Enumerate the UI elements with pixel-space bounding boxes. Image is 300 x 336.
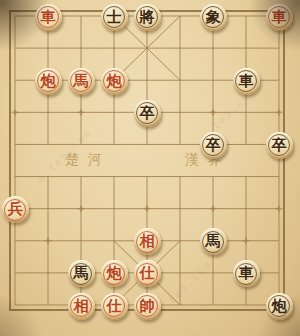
- piece-glyph: 相: [140, 234, 155, 249]
- piece-black-elephant[interactable]: 象: [200, 4, 227, 31]
- piece-black-soldier[interactable]: 卒: [200, 132, 227, 159]
- piece-red-cannon[interactable]: 炮: [101, 68, 128, 95]
- piece-glyph: 馬: [74, 266, 89, 281]
- piece-red-chariot[interactable]: 車: [266, 4, 293, 31]
- board-point: 仕: [98, 290, 131, 322]
- piece-red-chariot[interactable]: 車: [35, 4, 62, 31]
- board-point: 相: [131, 226, 164, 258]
- piece-black-chariot[interactable]: 車: [233, 260, 260, 287]
- piece-glyph: 象: [206, 10, 221, 25]
- board-point: 卒: [131, 97, 164, 129]
- piece-glyph: 仕: [140, 266, 155, 281]
- board-point: 車: [230, 258, 263, 290]
- piece-red-elephant[interactable]: 相: [68, 293, 95, 320]
- piece-glyph: 馬: [206, 234, 221, 249]
- board-point: 炮: [32, 65, 65, 97]
- board-point: 士: [98, 1, 131, 33]
- piece-red-elephant[interactable]: 相: [134, 228, 161, 255]
- board-point: 炮: [98, 65, 131, 97]
- piece-black-horse[interactable]: 馬: [68, 260, 95, 287]
- piece-glyph: 馬: [74, 74, 89, 89]
- piece-red-advisor[interactable]: 仕: [101, 293, 128, 320]
- piece-glyph: 帥: [140, 299, 155, 314]
- piece-glyph: 車: [272, 10, 287, 25]
- piece-glyph: 炮: [107, 74, 122, 89]
- piece-glyph: 車: [239, 266, 254, 281]
- piece-glyph: 士: [107, 10, 122, 25]
- board-point: 車: [32, 1, 65, 33]
- piece-black-advisor[interactable]: 士: [101, 4, 128, 31]
- piece-glyph: 卒: [140, 106, 155, 121]
- board-point: 卒: [263, 129, 296, 161]
- board-point: 馬: [197, 226, 230, 258]
- piece-glyph: 炮: [272, 299, 287, 314]
- piece-black-soldier[interactable]: 卒: [266, 132, 293, 159]
- piece-black-cannon[interactable]: 炮: [266, 293, 293, 320]
- board-point: 帥: [131, 290, 164, 322]
- piece-red-cannon[interactable]: 炮: [35, 68, 62, 95]
- xiangqi-board[interactable]: 車士將象車炮馬炮車卒卒卒兵相馬馬炮仕車相仕帥炮: [0, 1, 296, 322]
- piece-glyph: 卒: [206, 138, 221, 153]
- piece-glyph: 炮: [107, 266, 122, 281]
- board-point: 將: [131, 1, 164, 33]
- piece-glyph: 將: [140, 10, 155, 25]
- board-point: 馬: [65, 258, 98, 290]
- board-point: 相: [65, 290, 98, 322]
- piece-black-chariot[interactable]: 車: [233, 68, 260, 95]
- piece-black-horse[interactable]: 馬: [200, 228, 227, 255]
- piece-red-general[interactable]: 帥: [134, 293, 161, 320]
- piece-glyph: 車: [239, 74, 254, 89]
- piece-glyph: 卒: [272, 138, 287, 153]
- board-point: 炮: [263, 290, 296, 322]
- board-point: 卒: [197, 129, 230, 161]
- piece-glyph: 車: [41, 10, 56, 25]
- piece-glyph: 炮: [41, 74, 56, 89]
- board-point: 車: [230, 65, 263, 97]
- piece-red-cannon[interactable]: 炮: [101, 260, 128, 287]
- piece-red-soldier[interactable]: 兵: [2, 196, 29, 223]
- piece-black-general[interactable]: 將: [134, 4, 161, 31]
- piece-glyph: 仕: [107, 299, 122, 314]
- board-point: 仕: [131, 258, 164, 290]
- xiangqi-game-screen: 楚河 漢界 m.te5.com m.te5.com m.te5.com 車士將象…: [0, 0, 300, 336]
- piece-red-horse[interactable]: 馬: [68, 68, 95, 95]
- piece-black-soldier[interactable]: 卒: [134, 100, 161, 127]
- board-point: 炮: [98, 258, 131, 290]
- piece-glyph: 兵: [8, 202, 23, 217]
- board-point: 兵: [0, 194, 32, 226]
- board-point: 車: [263, 1, 296, 33]
- piece-glyph: 相: [74, 299, 89, 314]
- board-point: 馬: [65, 65, 98, 97]
- board-point: 象: [197, 1, 230, 33]
- piece-red-advisor[interactable]: 仕: [134, 260, 161, 287]
